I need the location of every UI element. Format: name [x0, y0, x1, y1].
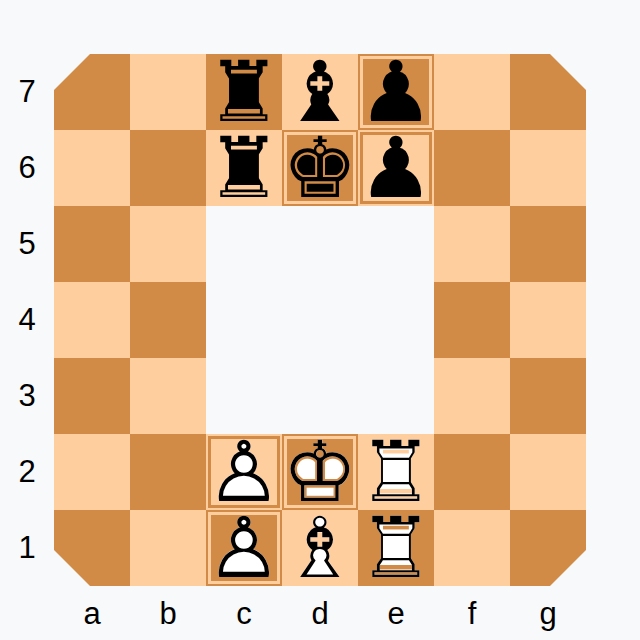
- square-c7[interactable]: ♜: [206, 54, 282, 130]
- chess-board: ♜♝♟♜♚♟♟♙♚♔♜♖♟♙♝♗♜♖: [54, 54, 586, 586]
- square-f5[interactable]: [434, 206, 510, 282]
- rank-labels: 7654321: [0, 54, 54, 586]
- rank-label-2: 2: [0, 434, 54, 510]
- rank-label-5: 5: [0, 206, 54, 282]
- square-d1[interactable]: ♝♗: [282, 510, 358, 586]
- highlight-frame-e6: [360, 132, 432, 204]
- square-g7[interactable]: [510, 54, 586, 130]
- square-e2[interactable]: ♜♖: [358, 434, 434, 510]
- square-f3[interactable]: [434, 358, 510, 434]
- highlight-frame-c1: [208, 512, 280, 584]
- rank-label-3: 3: [0, 358, 54, 434]
- square-b6[interactable]: [130, 130, 206, 206]
- square-e6[interactable]: ♟: [358, 130, 434, 206]
- square-c1[interactable]: ♟♙: [206, 510, 282, 586]
- square-a1[interactable]: [54, 510, 130, 586]
- square-c2[interactable]: ♟♙: [206, 434, 282, 510]
- square-b4[interactable]: [130, 282, 206, 358]
- square-b5[interactable]: [130, 206, 206, 282]
- black-rook-piece: ♜: [206, 54, 282, 130]
- square-c3: [206, 358, 282, 434]
- square-e4: [358, 282, 434, 358]
- square-e7[interactable]: ♟: [358, 54, 434, 130]
- file-label-a: a: [54, 592, 130, 636]
- square-b1[interactable]: [130, 510, 206, 586]
- black-pawn-piece: ♟: [358, 130, 434, 206]
- file-labels: abcdefg: [54, 592, 586, 636]
- square-a4[interactable]: [54, 282, 130, 358]
- square-d3: [282, 358, 358, 434]
- square-f6[interactable]: [434, 130, 510, 206]
- white-king-piece: ♚♔: [282, 434, 358, 510]
- square-e1[interactable]: ♜♖: [358, 510, 434, 586]
- white-rook-piece: ♜♖: [358, 434, 434, 510]
- square-a3[interactable]: [54, 358, 130, 434]
- square-g4[interactable]: [510, 282, 586, 358]
- square-f4[interactable]: [434, 282, 510, 358]
- square-g2[interactable]: [510, 434, 586, 510]
- file-label-d: d: [282, 592, 358, 636]
- square-d4: [282, 282, 358, 358]
- square-f2[interactable]: [434, 434, 510, 510]
- square-d6[interactable]: ♚: [282, 130, 358, 206]
- white-pawn-piece: ♟♙: [206, 510, 282, 586]
- highlight-frame-d6: [284, 132, 356, 204]
- rank-label-1: 1: [0, 510, 54, 586]
- square-a6[interactable]: [54, 130, 130, 206]
- highlight-frame-d2: [284, 436, 356, 508]
- square-d2[interactable]: ♚♔: [282, 434, 358, 510]
- rank-label-6: 6: [0, 130, 54, 206]
- file-label-e: e: [358, 592, 434, 636]
- square-b3[interactable]: [130, 358, 206, 434]
- square-f1[interactable]: [434, 510, 510, 586]
- square-f7[interactable]: [434, 54, 510, 130]
- square-a2[interactable]: [54, 434, 130, 510]
- square-b2[interactable]: [130, 434, 206, 510]
- white-rook-piece: ♜♖: [358, 510, 434, 586]
- black-king-piece: ♚: [282, 130, 358, 206]
- square-e5: [358, 206, 434, 282]
- square-e3: [358, 358, 434, 434]
- black-bishop-piece: ♝: [282, 54, 358, 130]
- white-pawn-piece: ♟♙: [206, 434, 282, 510]
- square-c4: [206, 282, 282, 358]
- file-label-c: c: [206, 592, 282, 636]
- square-d5: [282, 206, 358, 282]
- chess-diagram: 7654321 ♜♝♟♜♚♟♟♙♚♔♜♖♟♙♝♗♜♖ abcdefg: [0, 0, 640, 640]
- square-g5[interactable]: [510, 206, 586, 282]
- rank-label-7: 7: [0, 54, 54, 130]
- black-rook-piece: ♜: [206, 130, 282, 206]
- square-a7[interactable]: [54, 54, 130, 130]
- square-a5[interactable]: [54, 206, 130, 282]
- white-bishop-piece: ♝♗: [282, 510, 358, 586]
- file-label-g: g: [510, 592, 586, 636]
- square-g3[interactable]: [510, 358, 586, 434]
- highlight-frame-c2: [208, 436, 280, 508]
- file-label-b: b: [130, 592, 206, 636]
- square-d7[interactable]: ♝: [282, 54, 358, 130]
- file-label-f: f: [434, 592, 510, 636]
- square-b7[interactable]: [130, 54, 206, 130]
- black-pawn-piece: ♟: [358, 54, 434, 130]
- highlight-frame-e7: [360, 56, 432, 128]
- rank-label-4: 4: [0, 282, 54, 358]
- square-g6[interactable]: [510, 130, 586, 206]
- square-c5: [206, 206, 282, 282]
- square-g1[interactable]: [510, 510, 586, 586]
- square-c6[interactable]: ♜: [206, 130, 282, 206]
